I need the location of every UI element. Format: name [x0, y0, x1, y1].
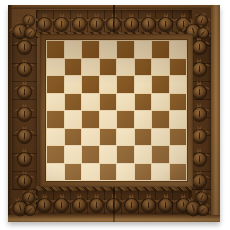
- pomegranate-motif-icon: [192, 102, 207, 121]
- square-b1[interactable]: [65, 164, 82, 181]
- square-a8[interactable]: [47, 41, 64, 58]
- square-b7[interactable]: [65, 59, 82, 76]
- square-g7[interactable]: [152, 59, 169, 76]
- pomegranate-motif-icon: [17, 124, 32, 143]
- square-e5[interactable]: [117, 94, 134, 111]
- corner-carving-bottom-right: [183, 185, 213, 215]
- square-c6[interactable]: [82, 76, 99, 93]
- pomegranate-motif-icon: [72, 193, 87, 212]
- square-c3[interactable]: [82, 129, 99, 146]
- square-g8[interactable]: [152, 41, 169, 58]
- corner-carving-bottom-left: [10, 185, 40, 215]
- square-c4[interactable]: [82, 111, 99, 128]
- square-d8[interactable]: [100, 41, 117, 58]
- square-e1[interactable]: [117, 164, 134, 181]
- square-b2[interactable]: [65, 146, 82, 163]
- square-d4[interactable]: [100, 111, 117, 128]
- square-d7[interactable]: [100, 59, 117, 76]
- square-h4[interactable]: [170, 111, 187, 128]
- square-g5[interactable]: [152, 94, 169, 111]
- square-a3[interactable]: [47, 129, 64, 146]
- square-f6[interactable]: [135, 76, 152, 93]
- pomegranate-motif-icon: [158, 193, 173, 212]
- square-e7[interactable]: [117, 59, 134, 76]
- pomegranate-motif-icon: [192, 80, 207, 99]
- pomegranate-motif-icon: [141, 12, 156, 31]
- square-f1[interactable]: [135, 164, 152, 181]
- square-d3[interactable]: [100, 129, 117, 146]
- square-g2[interactable]: [152, 146, 169, 163]
- square-g6[interactable]: [152, 76, 169, 93]
- pomegranate-motif-icon: [192, 124, 207, 143]
- square-d2[interactable]: [100, 146, 117, 163]
- square-g3[interactable]: [152, 129, 169, 146]
- pomegranate-motif-icon: [17, 57, 32, 76]
- square-f7[interactable]: [135, 59, 152, 76]
- pomegranate-motif-icon: [124, 193, 139, 212]
- pomegranate-motif-icon: [158, 12, 173, 31]
- square-e4[interactable]: [117, 111, 134, 128]
- corner-carving-top-left: [10, 8, 40, 38]
- square-f2[interactable]: [135, 146, 152, 163]
- checkerboard: [46, 40, 187, 181]
- square-h1[interactable]: [170, 164, 187, 181]
- square-b4[interactable]: [65, 111, 82, 128]
- square-f8[interactable]: [135, 41, 152, 58]
- pomegranate-motif-icon: [141, 193, 156, 212]
- fold-seam-bottom: [113, 186, 115, 222]
- pomegranate-motif-icon: [192, 57, 207, 76]
- square-c5[interactable]: [82, 94, 99, 111]
- pomegranate-motif-icon: [54, 193, 69, 212]
- pomegranate-motif-icon: [72, 12, 87, 31]
- square-a7[interactable]: [47, 59, 64, 76]
- square-a4[interactable]: [47, 111, 64, 128]
- pomegranate-motif-icon: [54, 12, 69, 31]
- square-b8[interactable]: [65, 41, 82, 58]
- square-h6[interactable]: [170, 76, 187, 93]
- pomegranate-motif-icon: [89, 12, 104, 31]
- square-f4[interactable]: [135, 111, 152, 128]
- square-b5[interactable]: [65, 94, 82, 111]
- pomegranate-motif-icon: [17, 80, 32, 99]
- square-h5[interactable]: [170, 94, 187, 111]
- square-c2[interactable]: [82, 146, 99, 163]
- square-e3[interactable]: [117, 129, 134, 146]
- carved-border-left: [12, 33, 37, 190]
- square-d5[interactable]: [100, 94, 117, 111]
- chess-board: [8, 5, 220, 222]
- fold-seam-top: [113, 5, 115, 36]
- pomegranate-motif-icon: [192, 147, 207, 166]
- square-h3[interactable]: [170, 129, 187, 146]
- square-c8[interactable]: [82, 41, 99, 58]
- square-a6[interactable]: [47, 76, 64, 93]
- square-h7[interactable]: [170, 59, 187, 76]
- pomegranate-motif-icon: [124, 12, 139, 31]
- pomegranate-motif-icon: [89, 193, 104, 212]
- square-c7[interactable]: [82, 59, 99, 76]
- pomegranate-motif-icon: [17, 147, 32, 166]
- square-e6[interactable]: [117, 76, 134, 93]
- square-f5[interactable]: [135, 94, 152, 111]
- square-e2[interactable]: [117, 146, 134, 163]
- square-b6[interactable]: [65, 76, 82, 93]
- square-c1[interactable]: [82, 164, 99, 181]
- square-e8[interactable]: [117, 41, 134, 58]
- square-a1[interactable]: [47, 164, 64, 181]
- square-a5[interactable]: [47, 94, 64, 111]
- photo-background: [0, 0, 230, 230]
- square-b3[interactable]: [65, 129, 82, 146]
- pomegranate-motif-icon: [17, 102, 32, 121]
- square-h2[interactable]: [170, 146, 187, 163]
- square-a2[interactable]: [47, 146, 64, 163]
- square-d1[interactable]: [100, 164, 117, 181]
- square-f3[interactable]: [135, 129, 152, 146]
- square-g4[interactable]: [152, 111, 169, 128]
- square-d6[interactable]: [100, 76, 117, 93]
- square-h8[interactable]: [170, 41, 187, 58]
- square-g1[interactable]: [152, 164, 169, 181]
